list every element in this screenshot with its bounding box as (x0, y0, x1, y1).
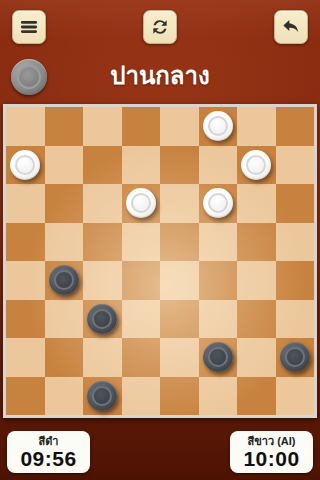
square-r0c7[interactable] (276, 107, 315, 146)
square-r4c5[interactable] (199, 261, 238, 300)
black-checker[interactable] (87, 381, 117, 411)
white-timer-card: สีขาว (AI) 10:00 (230, 431, 313, 473)
square-r6c0[interactable] (6, 338, 45, 377)
checkers-board (6, 107, 314, 415)
checkers-app: ปานกลาง สีดำ 09:56 สีขาว (AI) 10:00 (0, 0, 320, 480)
square-r3c7[interactable] (276, 223, 315, 262)
square-r5c7[interactable] (276, 300, 315, 339)
square-r2c3[interactable] (122, 184, 161, 223)
square-r1c2[interactable] (83, 146, 122, 185)
square-r5c5[interactable] (199, 300, 238, 339)
white-checker[interactable] (241, 150, 271, 180)
square-r1c7[interactable] (276, 146, 315, 185)
square-r0c4[interactable] (160, 107, 199, 146)
undo-arrow-icon (281, 17, 301, 37)
square-r3c2[interactable] (83, 223, 122, 262)
square-r0c2[interactable] (83, 107, 122, 146)
square-r4c1[interactable] (45, 261, 84, 300)
white-checker[interactable] (126, 188, 156, 218)
black-checker[interactable] (87, 304, 117, 334)
undo-button[interactable] (274, 10, 308, 44)
black-timer-label: สีดำ (7, 434, 90, 448)
square-r7c3[interactable] (122, 377, 161, 416)
square-r5c0[interactable] (6, 300, 45, 339)
square-r7c5[interactable] (199, 377, 238, 416)
square-r4c7[interactable] (276, 261, 315, 300)
menu-button[interactable] (12, 10, 46, 44)
square-r3c4[interactable] (160, 223, 199, 262)
square-r0c6[interactable] (237, 107, 276, 146)
square-r6c2[interactable] (83, 338, 122, 377)
board-frame (3, 104, 317, 418)
square-r6c1[interactable] (45, 338, 84, 377)
black-timer-card: สีดำ 09:56 (7, 431, 90, 473)
refresh-button[interactable] (143, 10, 177, 44)
hamburger-icon (19, 17, 39, 37)
square-r3c6[interactable] (237, 223, 276, 262)
white-timer-label: สีขาว (AI) (230, 434, 313, 448)
square-r7c0[interactable] (6, 377, 45, 416)
page-title: ปานกลาง (0, 55, 320, 97)
square-r1c1[interactable] (45, 146, 84, 185)
square-r2c6[interactable] (237, 184, 276, 223)
square-r3c0[interactable] (6, 223, 45, 262)
square-r4c4[interactable] (160, 261, 199, 300)
square-r5c4[interactable] (160, 300, 199, 339)
white-timer-value: 10:00 (230, 448, 313, 470)
square-r1c3[interactable] (122, 146, 161, 185)
square-r6c5[interactable] (199, 338, 238, 377)
square-r6c6[interactable] (237, 338, 276, 377)
square-r1c4[interactable] (160, 146, 199, 185)
square-r6c7[interactable] (276, 338, 315, 377)
square-r1c5[interactable] (199, 146, 238, 185)
refresh-icon (150, 17, 170, 37)
square-r2c4[interactable] (160, 184, 199, 223)
square-r2c0[interactable] (6, 184, 45, 223)
square-r1c6[interactable] (237, 146, 276, 185)
square-r2c7[interactable] (276, 184, 315, 223)
square-r4c2[interactable] (83, 261, 122, 300)
square-r4c6[interactable] (237, 261, 276, 300)
square-r0c5[interactable] (199, 107, 238, 146)
white-checker[interactable] (203, 188, 233, 218)
black-checker[interactable] (203, 342, 233, 372)
square-r7c2[interactable] (83, 377, 122, 416)
square-r5c1[interactable] (45, 300, 84, 339)
square-r7c1[interactable] (45, 377, 84, 416)
square-r1c0[interactable] (6, 146, 45, 185)
square-r7c7[interactable] (276, 377, 315, 416)
square-r2c2[interactable] (83, 184, 122, 223)
square-r3c3[interactable] (122, 223, 161, 262)
square-r0c3[interactable] (122, 107, 161, 146)
black-checker[interactable] (280, 342, 310, 372)
white-checker[interactable] (10, 150, 40, 180)
white-checker[interactable] (203, 111, 233, 141)
square-r5c6[interactable] (237, 300, 276, 339)
square-r4c3[interactable] (122, 261, 161, 300)
toolbar (12, 10, 308, 44)
black-checker[interactable] (49, 265, 79, 295)
square-r2c1[interactable] (45, 184, 84, 223)
square-r5c3[interactable] (122, 300, 161, 339)
square-r6c3[interactable] (122, 338, 161, 377)
black-timer-value: 09:56 (7, 448, 90, 470)
square-r7c4[interactable] (160, 377, 199, 416)
square-r0c0[interactable] (6, 107, 45, 146)
square-r4c0[interactable] (6, 261, 45, 300)
square-r0c1[interactable] (45, 107, 84, 146)
square-r6c4[interactable] (160, 338, 199, 377)
square-r3c5[interactable] (199, 223, 238, 262)
square-r5c2[interactable] (83, 300, 122, 339)
square-r2c5[interactable] (199, 184, 238, 223)
square-r7c6[interactable] (237, 377, 276, 416)
square-r3c1[interactable] (45, 223, 84, 262)
